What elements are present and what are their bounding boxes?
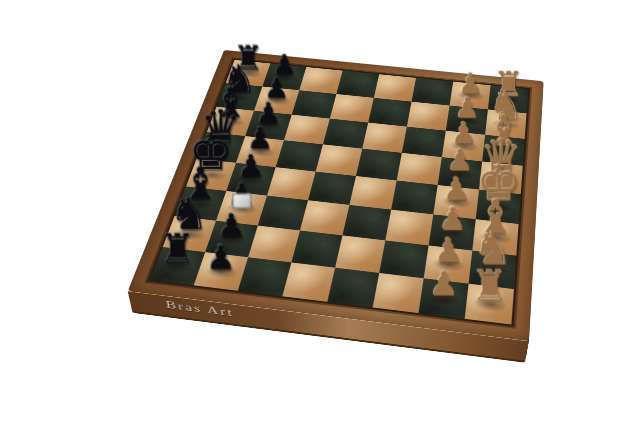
- square-c4[interactable]: [362, 123, 407, 153]
- square-d5[interactable]: [316, 144, 363, 176]
- white-rook-icon: ♜: [450, 265, 529, 307]
- black-pawn-icon: ♟: [182, 241, 258, 274]
- chess-board: Bras Art ♜♞♝♛♚♝♞♜♟♟♟♟♟♟♟♟♟♟♟♟♟♟♟♟♜♞♝♛♚♝♞…: [128, 50, 544, 341]
- product-photo-scene: Bras Art ♜♞♝♛♚♝♞♜♟♟♟♟♟♟♟♟♟♟♟♟♟♟♟♟♜♞♝♛♚♝♞…: [0, 0, 640, 430]
- square-c3[interactable]: [402, 127, 446, 158]
- square-c5[interactable]: [323, 119, 368, 149]
- brand-engraving: Bras Art: [165, 299, 235, 319]
- square-d4[interactable]: [356, 149, 402, 181]
